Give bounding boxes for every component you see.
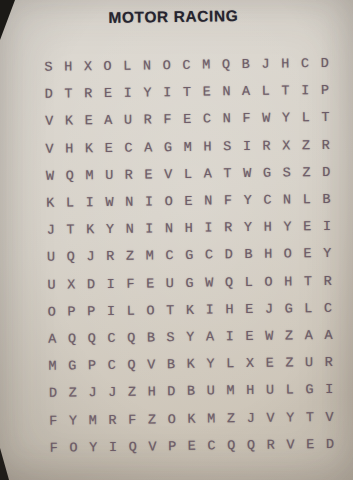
photo-corner-top-left bbox=[0, 0, 15, 40]
grid-cell-r3c9: C bbox=[197, 106, 217, 133]
grid-cell-r10c2: P bbox=[62, 298, 82, 325]
grid-cell-r1c4: O bbox=[98, 53, 118, 80]
grid-cell-r11c4: C bbox=[101, 325, 121, 352]
grid-cell-r10c1: O bbox=[42, 298, 62, 325]
grid-cell-r5c9: A bbox=[198, 160, 218, 187]
grid-cell-r6c1: K bbox=[40, 190, 60, 217]
grid-cell-r2c7: I bbox=[157, 79, 177, 106]
grid-cell-r7c5: N bbox=[120, 216, 140, 243]
puzzle-title: MOTOR RACING bbox=[0, 6, 350, 29]
grid-cell-r3c13: Y bbox=[276, 105, 296, 132]
grid-cell-r9c9: W bbox=[199, 269, 219, 296]
grid-cell-r10c12: J bbox=[259, 295, 279, 322]
grid-cell-r3c15: T bbox=[315, 104, 335, 131]
grid-cell-r15c2: O bbox=[63, 434, 83, 461]
grid-cell-r10c9: I bbox=[200, 296, 220, 323]
grid-cell-r10c14: L bbox=[298, 295, 318, 322]
grid-cell-r7c2: T bbox=[60, 217, 80, 244]
grid-cell-r5c10: T bbox=[217, 160, 237, 187]
grid-cell-r5c5: R bbox=[119, 161, 139, 188]
grid-cell-r15c8: E bbox=[182, 432, 202, 459]
grid-cell-r15c6: V bbox=[142, 433, 162, 460]
grid-cell-r10c13: G bbox=[279, 295, 299, 322]
grid-cell-r10c4: I bbox=[101, 298, 121, 325]
grid-cell-r11c12: W bbox=[259, 323, 279, 350]
grid-cell-r8c7: C bbox=[159, 242, 179, 269]
grid-cell-r1c14: C bbox=[295, 50, 315, 77]
grid-cell-r7c8: H bbox=[179, 215, 199, 242]
grid-cell-r15c7: P bbox=[162, 433, 182, 460]
grid-cell-r8c3: J bbox=[80, 243, 100, 270]
grid-cell-r5c3: M bbox=[79, 162, 99, 189]
grid-cell-r4c11: I bbox=[237, 132, 257, 159]
grid-cell-r14c13: Y bbox=[280, 404, 300, 431]
grid-cell-r9c1: U bbox=[41, 271, 61, 298]
grid-cell-r14c6: Z bbox=[142, 406, 162, 433]
grid-cell-r7c4: Y bbox=[100, 216, 120, 243]
puzzle-content: MOTOR RACING SHXOLNOCMQBJHCDDTREIYITENAL… bbox=[0, 0, 353, 480]
grid-cell-r1c11: B bbox=[236, 51, 256, 78]
grid-cell-r13c3: J bbox=[82, 379, 102, 406]
word-search-grid: SHXOLNOCMQBJHCDDTREIYITENALTIPVKEAURFECN… bbox=[38, 50, 340, 462]
grid-cell-r7c15: I bbox=[317, 213, 337, 240]
grid-cell-r6c13: N bbox=[277, 186, 297, 213]
grid-cell-r1c5: L bbox=[117, 53, 137, 80]
grid-cell-r13c9: U bbox=[201, 378, 221, 405]
grid-cell-r13c15: I bbox=[319, 376, 339, 403]
grid-cell-r4c13: X bbox=[276, 132, 296, 159]
grid-cell-r12c8: K bbox=[181, 351, 201, 378]
grid-cell-r12c1: M bbox=[43, 353, 63, 380]
grid-cell-r14c15: V bbox=[320, 403, 340, 430]
grid-cell-r14c12: V bbox=[260, 404, 280, 431]
grid-cell-r8c14: E bbox=[298, 240, 318, 267]
grid-cell-r6c9: N bbox=[198, 187, 218, 214]
grid-cell-r8c11: B bbox=[238, 241, 258, 268]
grid-cell-r12c9: Y bbox=[200, 351, 220, 378]
grid-cell-r12c14: U bbox=[299, 349, 319, 376]
grid-cell-r4c5: C bbox=[118, 134, 138, 161]
grid-cell-r2c12: L bbox=[256, 78, 276, 105]
grid-cell-r8c12: H bbox=[258, 241, 278, 268]
grid-cell-r11c3: Q bbox=[82, 325, 102, 352]
grid-cell-r13c4: J bbox=[102, 379, 122, 406]
grid-cell-r10c8: K bbox=[180, 296, 200, 323]
grid-cell-r13c5: Z bbox=[122, 379, 142, 406]
grid-cell-r4c4: E bbox=[99, 134, 119, 161]
grid-cell-r11c9: A bbox=[200, 323, 220, 350]
grid-cell-r11c6: B bbox=[141, 324, 161, 351]
grid-cell-r15c3: Y bbox=[83, 434, 103, 461]
grid-cell-r13c13: L bbox=[280, 377, 300, 404]
grid-cell-r3c10: N bbox=[217, 106, 237, 133]
grid-cell-r1c2: H bbox=[58, 53, 78, 80]
grid-cell-r9c3: D bbox=[81, 271, 101, 298]
grid-cell-r11c15: A bbox=[318, 322, 338, 349]
photo-corner-bottom-left bbox=[0, 448, 9, 480]
grid-cell-r9c7: U bbox=[160, 270, 180, 297]
grid-cell-r7c13: Y bbox=[277, 214, 297, 241]
grid-cell-r12c6: V bbox=[141, 351, 161, 378]
grid-cell-r6c12: C bbox=[257, 187, 277, 214]
grid-cell-r2c6: Y bbox=[137, 79, 157, 106]
grid-cell-r5c4: U bbox=[99, 162, 119, 189]
grid-cell-r6c14: L bbox=[297, 186, 317, 213]
grid-cell-r4c14: Z bbox=[296, 132, 316, 159]
grid-cell-r14c4: R bbox=[103, 406, 123, 433]
grid-cell-r2c10: N bbox=[216, 78, 236, 105]
word-search-photo: MOTOR RACING SHXOLNOCMQBJHCDDTREIYITENAL… bbox=[0, 0, 353, 480]
grid-cell-r13c1: D bbox=[43, 380, 63, 407]
grid-cell-r7c9: I bbox=[199, 215, 219, 242]
grid-cell-r2c15: P bbox=[315, 77, 335, 104]
grid-cell-r15c4: I bbox=[103, 434, 123, 461]
grid-cell-r4c9: H bbox=[197, 133, 217, 160]
grid-cell-r6c5: N bbox=[119, 189, 139, 216]
grid-cell-r6c2: L bbox=[60, 189, 80, 216]
grid-cell-r12c3: P bbox=[82, 352, 102, 379]
grid-cell-r10c5: L bbox=[121, 297, 141, 324]
grid-cell-r14c11: J bbox=[241, 404, 261, 431]
grid-cell-r12c7: B bbox=[161, 351, 181, 378]
grid-cell-r1c13: H bbox=[275, 50, 295, 77]
grid-cell-r1c3: X bbox=[78, 53, 98, 80]
grid-cell-r12c5: Q bbox=[121, 352, 141, 379]
grid-cell-r4c3: K bbox=[79, 135, 99, 162]
grid-cell-r2c13: T bbox=[276, 78, 296, 105]
grid-cell-r15c1: F bbox=[44, 434, 64, 461]
grid-cell-r4c6: A bbox=[138, 134, 158, 161]
grid-cell-r2c4: E bbox=[98, 80, 118, 107]
grid-cell-r2c5: I bbox=[118, 80, 138, 107]
grid-cell-r8c5: Z bbox=[120, 243, 140, 270]
grid-cell-r8c13: O bbox=[278, 241, 298, 268]
grid-cell-r6c10: F bbox=[218, 187, 238, 214]
grid-cell-r13c8: B bbox=[181, 378, 201, 405]
grid-cell-r8c1: U bbox=[41, 244, 61, 271]
grid-cell-r5c12: G bbox=[257, 159, 277, 186]
grid-cell-r14c8: K bbox=[181, 405, 201, 432]
grid-cell-r3c6: R bbox=[138, 107, 158, 134]
grid-cell-r5c2: Q bbox=[60, 162, 80, 189]
grid-cell-r14c3: M bbox=[83, 407, 103, 434]
grid-cell-r5c7: V bbox=[158, 161, 178, 188]
grid-cell-r3c2: K bbox=[59, 108, 79, 135]
grid-cell-r6c3: I bbox=[80, 189, 100, 216]
grid-cell-r2c1: D bbox=[39, 81, 59, 108]
grid-cell-r3c4: A bbox=[98, 107, 118, 134]
grid-cell-r13c14: G bbox=[299, 376, 319, 403]
grid-cell-r10c3: P bbox=[81, 298, 101, 325]
grid-cell-r9c12: O bbox=[258, 268, 278, 295]
grid-cell-r12c10: L bbox=[220, 350, 240, 377]
grid-cell-r9c4: I bbox=[101, 270, 121, 297]
grid-cell-r4c8: M bbox=[178, 133, 198, 160]
grid-cell-r7c12: H bbox=[258, 214, 278, 241]
grid-cell-r13c12: U bbox=[260, 377, 280, 404]
grid-cell-r7c10: R bbox=[218, 214, 238, 241]
grid-cell-r9c14: T bbox=[298, 268, 318, 295]
grid-cell-r8c2: Q bbox=[61, 244, 81, 271]
grid-cell-r2c3: R bbox=[78, 80, 98, 107]
grid-cell-r15c12: R bbox=[261, 431, 281, 458]
grid-cell-r14c9: M bbox=[201, 405, 221, 432]
grid-cell-r4c15: R bbox=[316, 131, 336, 158]
grid-cell-r9c10: Q bbox=[219, 269, 239, 296]
grid-cell-r7c7: N bbox=[159, 215, 179, 242]
grid-cell-r4c7: G bbox=[158, 134, 178, 161]
grid-cell-r5c6: E bbox=[139, 161, 159, 188]
grid-cell-r15c13: V bbox=[280, 431, 300, 458]
grid-cell-r5c15: D bbox=[316, 159, 336, 186]
grid-cell-r1c10: Q bbox=[216, 51, 236, 78]
grid-cell-r13c7: D bbox=[161, 378, 181, 405]
grid-cell-r6c7: O bbox=[159, 188, 179, 215]
grid-cell-r3c5: U bbox=[118, 107, 138, 134]
grid-cell-r11c8: Y bbox=[180, 324, 200, 351]
grid-cell-r14c1: F bbox=[43, 407, 63, 434]
grid-cell-r3c12: W bbox=[256, 105, 276, 132]
grid-cell-r6c15: B bbox=[317, 186, 337, 213]
grid-cell-r10c15: C bbox=[318, 295, 338, 322]
grid-cell-r15c9: C bbox=[202, 432, 222, 459]
grid-cell-r15c11: Q bbox=[241, 432, 261, 459]
grid-cell-r1c7: O bbox=[157, 52, 177, 79]
grid-cell-r11c10: I bbox=[220, 323, 240, 350]
grid-cell-r9c5: F bbox=[120, 270, 140, 297]
grid-cell-r12c13: Z bbox=[279, 349, 299, 376]
grid-cell-r5c14: Z bbox=[296, 159, 316, 186]
grid-cell-r12c12: E bbox=[260, 350, 280, 377]
grid-cell-r12c15: R bbox=[319, 349, 339, 376]
grid-cell-r5c13: S bbox=[277, 159, 297, 186]
grid-cell-r5c1: W bbox=[40, 162, 60, 189]
grid-cell-r3c1: V bbox=[39, 108, 59, 135]
grid-cell-r6c11: Y bbox=[238, 187, 258, 214]
grid-cell-r3c11: F bbox=[236, 105, 256, 132]
grid-cell-r11c2: Q bbox=[62, 325, 82, 352]
grid-cell-r4c12: R bbox=[257, 132, 277, 159]
grid-cell-r4c1: V bbox=[40, 135, 60, 162]
grid-cell-r6c8: E bbox=[178, 188, 198, 215]
grid-cell-r9c2: X bbox=[61, 271, 81, 298]
grid-cell-r11c5: Q bbox=[121, 325, 141, 352]
grid-cell-r7c3: K bbox=[80, 216, 100, 243]
grid-cell-r11c14: A bbox=[299, 322, 319, 349]
grid-cell-r12c11: X bbox=[240, 350, 260, 377]
grid-cell-r12c4: C bbox=[102, 352, 122, 379]
grid-cell-r10c7: T bbox=[160, 297, 180, 324]
grid-cell-r3c8: E bbox=[177, 106, 197, 133]
grid-cell-r10c11: E bbox=[239, 296, 259, 323]
grid-cell-r5c8: L bbox=[178, 160, 198, 187]
grid-cell-r1c8: C bbox=[176, 52, 196, 79]
grid-cell-r8c9: C bbox=[199, 242, 219, 269]
grid-cell-r4c2: H bbox=[59, 135, 79, 162]
grid-cell-r5c11: W bbox=[237, 160, 257, 187]
grid-cell-r2c9: E bbox=[197, 79, 217, 106]
grid-cell-r1c15: D bbox=[315, 50, 335, 77]
grid-cell-r15c14: E bbox=[300, 431, 320, 458]
grid-cell-r13c2: Z bbox=[63, 380, 83, 407]
grid-cell-r3c3: E bbox=[79, 107, 99, 134]
grid-cell-r7c1: J bbox=[41, 217, 61, 244]
grid-cell-r6c4: W bbox=[99, 189, 119, 216]
grid-cell-r9c11: L bbox=[239, 268, 259, 295]
grid-cell-r8c4: R bbox=[100, 243, 120, 270]
grid-cell-r2c11: A bbox=[236, 78, 256, 105]
grid-cell-r12c2: G bbox=[62, 353, 82, 380]
grid-cell-r15c15: D bbox=[320, 431, 340, 458]
grid-cell-r9c8: G bbox=[180, 269, 200, 296]
grid-cell-r11c7: S bbox=[161, 324, 181, 351]
grid-cell-r13c11: H bbox=[240, 377, 260, 404]
grid-cell-r3c14: L bbox=[296, 104, 316, 131]
grid-cell-r7c14: E bbox=[297, 213, 317, 240]
grid-cell-r2c8: T bbox=[177, 79, 197, 106]
grid-cell-r14c14: T bbox=[300, 404, 320, 431]
grid-cell-r7c11: Y bbox=[238, 214, 258, 241]
grid-cell-r11c13: Z bbox=[279, 322, 299, 349]
grid-cell-r2c14: I bbox=[295, 77, 315, 104]
grid-cell-r14c7: O bbox=[162, 406, 182, 433]
grid-cell-r4c10: S bbox=[217, 133, 237, 160]
grid-cell-r8c6: M bbox=[140, 243, 160, 270]
grid-cell-r1c9: M bbox=[196, 51, 216, 78]
grid-cell-r8c15: Y bbox=[317, 240, 337, 267]
grid-cell-r6c6: I bbox=[139, 188, 159, 215]
grid-cell-r15c5: Q bbox=[123, 433, 143, 460]
grid-cell-r13c10: M bbox=[221, 378, 241, 405]
grid-cell-r14c5: F bbox=[122, 406, 142, 433]
grid-cell-r10c6: O bbox=[140, 297, 160, 324]
grid-cell-r8c10: D bbox=[219, 242, 239, 269]
grid-cell-r1c1: S bbox=[38, 54, 58, 81]
grid-cell-r1c12: J bbox=[255, 51, 275, 78]
grid-cell-r14c2: Y bbox=[63, 407, 83, 434]
grid-cell-r9c13: H bbox=[278, 268, 298, 295]
grid-cell-r11c11: E bbox=[239, 323, 259, 350]
grid-cell-r11c1: A bbox=[42, 326, 62, 353]
grid-cell-r2c2: T bbox=[58, 81, 78, 108]
grid-cell-r15c10: Q bbox=[221, 432, 241, 459]
grid-cell-r1c6: N bbox=[137, 52, 157, 79]
grid-cell-r10c10: H bbox=[219, 296, 239, 323]
grid-cell-r3c7: F bbox=[158, 106, 178, 133]
grid-cell-r8c8: G bbox=[179, 242, 199, 269]
grid-cell-r7c6: I bbox=[139, 215, 159, 242]
grid-cell-r13c6: H bbox=[142, 379, 162, 406]
grid-cell-r14c10: Z bbox=[221, 405, 241, 432]
grid-cell-r9c15: R bbox=[318, 267, 338, 294]
grid-cell-r9c6: E bbox=[140, 270, 160, 297]
